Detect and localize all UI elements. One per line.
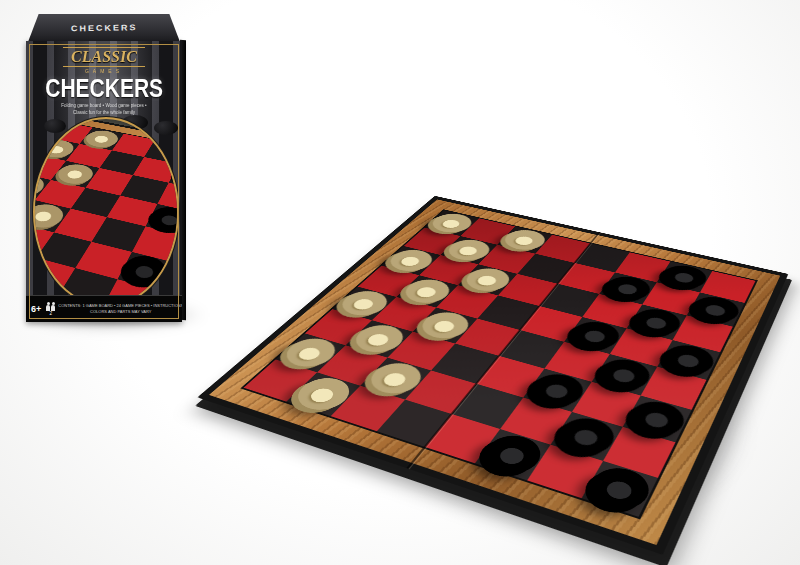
logo-script-text: CLASSIC (63, 47, 145, 67)
info-line2: COLORS AND PARTS MAY VARY (58, 309, 182, 315)
tagline-line2: Classic fun for the whole family (32, 110, 176, 117)
players-icon (46, 302, 55, 311)
backdrop-checker-icon (44, 119, 66, 133)
box-top-flap: CHECKERS (28, 14, 180, 42)
box-art-board-wrap: ●●●●●●●●●●●●●●●●●●●●●●●● (33, 117, 179, 307)
box-art-board: ●●●●●●●●●●●●●●●●●●●●●●●● (33, 117, 179, 307)
classic-games-logo: CLASSIC GAMES (26, 47, 182, 74)
checkers-board-3d: ●●●●●●●●●●●●●●●●●●●●●●●● (197, 196, 788, 555)
box-legal-text: CONTENTS: 1 GAME BOARD • 24 GAME PIECES … (55, 303, 182, 315)
players-count: 2 (50, 312, 53, 317)
product-scene: CHECKERS CLASSIC GAMES CHECKERS Folding … (0, 0, 800, 565)
backdrop-checker-icon (154, 121, 178, 135)
person-icon (51, 305, 55, 311)
box-top-flap-label: CHECKERS (71, 23, 138, 33)
box-art-vignette: ●●●●●●●●●●●●●●●●●●●●●●●● (33, 117, 179, 307)
box-tagline: Folding game board • Wood game pieces • … (32, 103, 176, 116)
age-badge: 6+ (31, 304, 41, 314)
players-badge: 2 (46, 302, 55, 317)
checkers-box: CHECKERS CLASSIC GAMES CHECKERS Folding … (26, 14, 182, 322)
box-front-panel: CLASSIC GAMES CHECKERS Folding game boar… (26, 41, 182, 322)
person-icon (46, 305, 50, 311)
box-title: CHECKERS (26, 74, 182, 103)
box-info-strip: 6+ 2 CONTENTS: 1 GAME BOARD • 24 GAME PI… (26, 295, 182, 322)
box-art-board-grid: ●●●●●●●●●●●●●●●●●●●●●●●● (33, 117, 179, 307)
